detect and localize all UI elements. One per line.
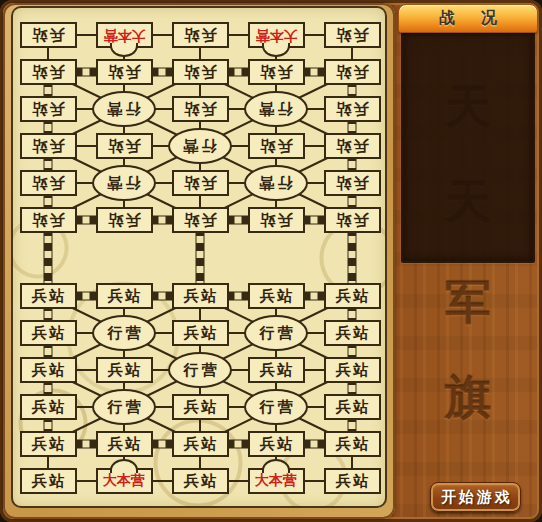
- cell-r1c2-hq[interactable]: 大本营: [96, 22, 153, 48]
- cell-r11c1-station[interactable]: 兵站: [20, 431, 77, 457]
- cell-r8c1-station[interactable]: 兵站: [20, 320, 77, 346]
- board-frame: 兵站大本营兵站大本营兵站兵站兵站兵站兵站兵站兵站行营兵站行营兵站兵站兵站行营兵站…: [3, 3, 395, 519]
- cell-r6c2-station[interactable]: 兵站: [96, 207, 153, 233]
- cell-r3c3-station[interactable]: 兵站: [172, 96, 229, 122]
- cell-r12c5-station[interactable]: 兵站: [324, 468, 381, 494]
- game-board: 兵站大本营兵站大本营兵站兵站兵站兵站兵站兵站兵站行营兵站行营兵站兵站兵站行营兵站…: [13, 8, 385, 506]
- cell-r7c1-station[interactable]: 兵站: [20, 283, 77, 309]
- cell-r4c3-camp[interactable]: 行营: [168, 128, 232, 164]
- watermark-char: 旗: [397, 367, 539, 429]
- cell-r11c5-station[interactable]: 兵站: [324, 431, 381, 457]
- cell-r10c3-station[interactable]: 兵站: [172, 394, 229, 420]
- hq-bump: [262, 459, 290, 473]
- cell-r9c3-camp[interactable]: 行营: [168, 352, 232, 388]
- luzhanqi-game-window: 兵站大本营兵站大本营兵站兵站兵站兵站兵站兵站兵站行营兵站行营兵站兵站兵站行营兵站…: [0, 0, 542, 522]
- cell-r12c1-station[interactable]: 兵站: [20, 468, 77, 494]
- battle-log-panel: [401, 30, 535, 263]
- cell-r2c4-station[interactable]: 兵站: [248, 59, 305, 85]
- cell-r3c5-station[interactable]: 兵站: [324, 96, 381, 122]
- cell-r7c4-station[interactable]: 兵站: [248, 283, 305, 309]
- cell-r5c2-camp[interactable]: 行营: [92, 165, 156, 201]
- cell-r2c1-station[interactable]: 兵站: [20, 59, 77, 85]
- cell-r4c5-station[interactable]: 兵站: [324, 133, 381, 159]
- cell-r12c3-station[interactable]: 兵站: [172, 468, 229, 494]
- cell-r11c2-station[interactable]: 兵站: [96, 431, 153, 457]
- cell-r4c1-station[interactable]: 兵站: [20, 133, 77, 159]
- battle-status-title: 战况: [413, 8, 523, 29]
- start-game-button[interactable]: 开始游戏: [430, 482, 521, 512]
- cell-r8c4-camp[interactable]: 行营: [244, 315, 308, 351]
- cell-r2c5-station[interactable]: 兵站: [324, 59, 381, 85]
- cell-r8c2-camp[interactable]: 行营: [92, 315, 156, 351]
- cell-r8c3-station[interactable]: 兵站: [172, 320, 229, 346]
- cell-r10c5-station[interactable]: 兵站: [324, 394, 381, 420]
- cell-r11c3-station[interactable]: 兵站: [172, 431, 229, 457]
- cell-r1c3-station[interactable]: 兵站: [172, 22, 229, 48]
- cell-r5c3-station[interactable]: 兵站: [172, 170, 229, 196]
- cell-r10c2-camp[interactable]: 行营: [92, 389, 156, 425]
- cell-r1c5-station[interactable]: 兵站: [324, 22, 381, 48]
- cell-r9c2-station[interactable]: 兵站: [96, 357, 153, 383]
- cell-r7c2-station[interactable]: 兵站: [96, 283, 153, 309]
- cell-r2c2-station[interactable]: 兵站: [96, 59, 153, 85]
- cell-r2c3-station[interactable]: 兵站: [172, 59, 229, 85]
- cell-r5c5-station[interactable]: 兵站: [324, 170, 381, 196]
- cell-r6c1-station[interactable]: 兵站: [20, 207, 77, 233]
- cell-r3c1-station[interactable]: 兵站: [20, 96, 77, 122]
- cell-r6c4-station[interactable]: 兵站: [248, 207, 305, 233]
- watermark-char: 军: [397, 272, 539, 334]
- cell-r5c1-station[interactable]: 兵站: [20, 170, 77, 196]
- battle-status-header: 战况: [398, 4, 538, 33]
- cell-r4c4-station[interactable]: 兵站: [248, 133, 305, 159]
- cell-r9c5-station[interactable]: 兵站: [324, 357, 381, 383]
- cell-r1c4-hq[interactable]: 大本营: [248, 22, 305, 48]
- cell-r7c3-station[interactable]: 兵站: [172, 283, 229, 309]
- cell-r6c5-station[interactable]: 兵站: [324, 207, 381, 233]
- cell-r11c4-station[interactable]: 兵站: [248, 431, 305, 457]
- cell-r5c4-camp[interactable]: 行营: [244, 165, 308, 201]
- cell-r8c5-station[interactable]: 兵站: [324, 320, 381, 346]
- hq-bump: [110, 43, 138, 57]
- cell-r9c4-station[interactable]: 兵站: [248, 357, 305, 383]
- cell-r9c1-station[interactable]: 兵站: [20, 357, 77, 383]
- hq-bump: [262, 43, 290, 57]
- cell-r1c1-station[interactable]: 兵站: [20, 22, 77, 48]
- cell-r10c4-camp[interactable]: 行营: [244, 389, 308, 425]
- cell-r3c4-camp[interactable]: 行营: [244, 91, 308, 127]
- board-grid: 兵站大本营兵站大本营兵站兵站兵站兵站兵站兵站兵站行营兵站行营兵站兵站兵站行营兵站…: [20, 22, 381, 494]
- cell-r4c2-station[interactable]: 兵站: [96, 133, 153, 159]
- cell-r3c2-camp[interactable]: 行营: [92, 91, 156, 127]
- cell-r12c2-hq[interactable]: 大本营: [96, 468, 153, 494]
- hq-bump: [110, 459, 138, 473]
- cell-r6c3-station[interactable]: 兵站: [172, 207, 229, 233]
- cell-r12c4-hq[interactable]: 大本营: [248, 468, 305, 494]
- cell-r7c5-station[interactable]: 兵站: [324, 283, 381, 309]
- sidebar: 天天军旗 战况 开始游戏: [397, 3, 539, 519]
- cell-r10c1-station[interactable]: 兵站: [20, 394, 77, 420]
